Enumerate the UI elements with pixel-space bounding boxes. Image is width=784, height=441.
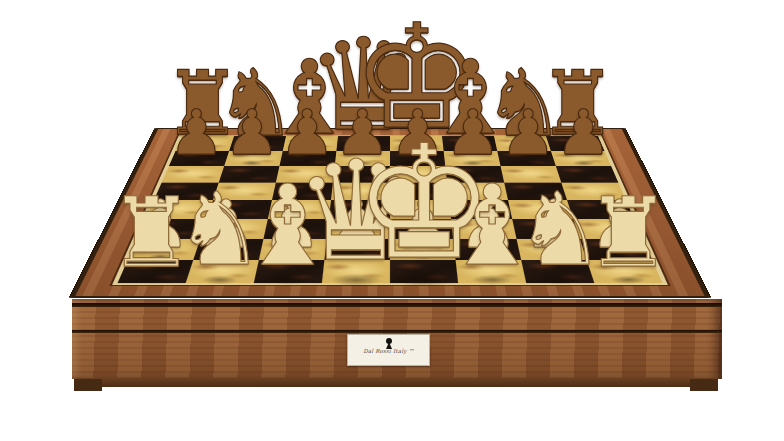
square-a8 <box>176 136 234 150</box>
square-b5 <box>213 183 276 200</box>
square-e7 <box>390 151 445 166</box>
drawer-seam-line <box>72 330 722 333</box>
square-g7 <box>497 151 556 166</box>
box-foot-left <box>74 379 102 391</box>
square-c6 <box>276 166 335 182</box>
square-b3 <box>200 219 268 239</box>
chess-board-grid <box>117 136 662 283</box>
board-pinstripe-border <box>112 135 668 285</box>
chess-set-photo: Dal Rossi Italy ™ ♜♞♝♛♚♝♞♜♟♟♟♟♟♟♟♟♟♟♟♟♟♟… <box>0 0 784 441</box>
square-c8 <box>283 136 338 150</box>
square-d3 <box>327 219 390 239</box>
square-g4 <box>508 200 573 219</box>
square-h6 <box>556 166 618 182</box>
square-c7 <box>279 151 336 166</box>
square-d7 <box>335 151 390 166</box>
square-a2 <box>128 239 201 260</box>
square-b7 <box>224 151 283 166</box>
square-f5 <box>447 183 508 200</box>
box-foot-right <box>690 379 718 391</box>
square-e2 <box>390 239 456 260</box>
square-f8 <box>442 136 497 150</box>
square-h3 <box>573 219 643 239</box>
square-a4 <box>146 200 213 219</box>
square-c1 <box>254 260 325 283</box>
square-h2 <box>580 239 653 260</box>
square-a3 <box>137 219 207 239</box>
square-e6 <box>390 166 447 182</box>
square-e1 <box>390 260 458 283</box>
square-b1 <box>186 260 259 283</box>
square-h4 <box>567 200 634 219</box>
square-g5 <box>504 183 567 200</box>
square-a6 <box>162 166 224 182</box>
piece-dark-king-e8: ♚ <box>352 4 481 148</box>
square-f1 <box>456 260 527 283</box>
square-d1 <box>322 260 390 283</box>
square-f4 <box>449 200 512 219</box>
square-e5 <box>390 183 449 200</box>
brand-label: Dal Rossi Italy ™ <box>363 347 414 353</box>
square-c5 <box>272 183 333 200</box>
square-c4 <box>268 200 331 219</box>
chess-board-lid <box>70 128 711 298</box>
keyhole-icon <box>386 338 392 344</box>
square-g1 <box>521 260 594 283</box>
square-h5 <box>561 183 626 200</box>
square-e3 <box>390 219 453 239</box>
square-a1 <box>117 260 193 283</box>
square-h7 <box>551 151 611 166</box>
box-base <box>76 378 718 387</box>
square-f7 <box>444 151 501 166</box>
brand-plaque: Dal Rossi Italy ™ <box>347 334 430 366</box>
square-d5 <box>331 183 390 200</box>
square-c2 <box>259 239 327 260</box>
square-f6 <box>445 166 504 182</box>
square-b4 <box>207 200 272 219</box>
square-e8 <box>390 136 444 150</box>
square-b8 <box>229 136 286 150</box>
square-h1 <box>587 260 663 283</box>
lid-seam-line <box>72 303 722 307</box>
square-h8 <box>546 136 604 150</box>
square-d6 <box>333 166 390 182</box>
square-c3 <box>264 219 329 239</box>
square-g8 <box>494 136 551 150</box>
square-f3 <box>451 219 516 239</box>
square-d4 <box>329 200 390 219</box>
square-a5 <box>154 183 219 200</box>
square-d2 <box>324 239 390 260</box>
square-b6 <box>219 166 280 182</box>
square-a7 <box>169 151 229 166</box>
square-g3 <box>512 219 580 239</box>
square-f2 <box>453 239 521 260</box>
square-d8 <box>336 136 390 150</box>
square-g2 <box>516 239 586 260</box>
square-b2 <box>193 239 263 260</box>
square-e4 <box>390 200 451 219</box>
square-g6 <box>501 166 562 182</box>
